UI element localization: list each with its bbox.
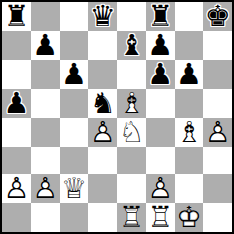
square-b5[interactable]	[31, 89, 60, 118]
square-f6[interactable]: ♟	[146, 60, 175, 89]
square-c3[interactable]	[60, 147, 89, 174]
square-a4[interactable]	[2, 118, 31, 147]
piece-black-knight: ♞	[90, 89, 116, 118]
square-h7[interactable]	[203, 31, 232, 60]
square-d1[interactable]	[88, 203, 117, 232]
square-h2[interactable]	[203, 174, 232, 203]
square-g4[interactable]: ♝♗	[175, 118, 204, 147]
square-b6[interactable]	[31, 60, 60, 89]
square-d4[interactable]: ♟♙	[88, 118, 117, 147]
piece-white-pawn: ♟♙	[3, 174, 29, 203]
square-d6[interactable]	[88, 60, 117, 89]
square-c5[interactable]	[60, 89, 89, 118]
piece-white-bishop: ♝♗	[176, 118, 202, 147]
square-h4[interactable]: ♟♙	[203, 118, 232, 147]
square-e7[interactable]: ♝	[117, 31, 146, 60]
square-f4[interactable]	[146, 118, 175, 147]
square-h1[interactable]	[203, 203, 232, 232]
piece-white-pawn: ♟♙	[147, 174, 173, 203]
square-e1[interactable]: ♜♖	[117, 203, 146, 232]
square-e5[interactable]: ♝♗	[117, 89, 146, 118]
square-h5[interactable]	[203, 89, 232, 118]
piece-black-queen: ♛	[90, 2, 116, 31]
square-d2[interactable]	[88, 174, 117, 203]
square-c2[interactable]: ♛♕	[60, 174, 89, 203]
piece-black-pawn: ♟	[147, 60, 173, 89]
square-g8[interactable]	[175, 2, 204, 31]
piece-white-bishop: ♝♗	[118, 89, 144, 118]
square-e3[interactable]	[117, 147, 146, 174]
piece-white-pawn: ♟♙	[205, 118, 231, 147]
piece-black-pawn: ♟	[61, 60, 87, 89]
piece-black-pawn: ♟	[176, 60, 202, 89]
square-h3[interactable]	[203, 147, 232, 174]
square-f3[interactable]	[146, 147, 175, 174]
square-d5[interactable]: ♞	[88, 89, 117, 118]
piece-black-bishop: ♝	[118, 31, 144, 60]
square-g3[interactable]	[175, 147, 204, 174]
square-d3[interactable]	[88, 147, 117, 174]
piece-white-knight: ♞♘	[118, 118, 144, 147]
square-b4[interactable]	[31, 118, 60, 147]
square-e8[interactable]	[117, 2, 146, 31]
square-b2[interactable]: ♟♙	[31, 174, 60, 203]
square-a8[interactable]: ♜	[2, 2, 31, 31]
square-b8[interactable]	[31, 2, 60, 31]
square-f7[interactable]: ♟	[146, 31, 175, 60]
square-b1[interactable]	[31, 203, 60, 232]
piece-white-queen: ♛♕	[61, 174, 87, 203]
square-a2[interactable]: ♟♙	[2, 174, 31, 203]
square-h6[interactable]	[203, 60, 232, 89]
square-a1[interactable]	[2, 203, 31, 232]
piece-white-pawn: ♟♙	[90, 118, 116, 147]
piece-white-king: ♚♔	[176, 203, 202, 232]
square-g6[interactable]: ♟	[175, 60, 204, 89]
square-c7[interactable]	[60, 31, 89, 60]
piece-black-pawn: ♟	[147, 31, 173, 60]
piece-white-pawn: ♟♙	[32, 174, 58, 203]
square-a6[interactable]	[2, 60, 31, 89]
chess-board: ♜♛♜♚♟♝♟♟♟♟♟♞♝♗♟♙♞♘♝♗♟♙♟♙♟♙♛♕♟♙♜♖♜♖♚♔	[0, 0, 234, 234]
square-g7[interactable]	[175, 31, 204, 60]
square-e4[interactable]: ♞♘	[117, 118, 146, 147]
square-g2[interactable]	[175, 174, 204, 203]
square-b3[interactable]	[31, 147, 60, 174]
square-f8[interactable]: ♜	[146, 2, 175, 31]
piece-black-rook: ♜	[3, 2, 29, 31]
square-c1[interactable]	[60, 203, 89, 232]
square-a5[interactable]: ♟	[2, 89, 31, 118]
square-a7[interactable]	[2, 31, 31, 60]
square-a3[interactable]	[2, 147, 31, 174]
piece-black-pawn: ♟	[3, 89, 29, 118]
square-g1[interactable]: ♚♔	[175, 203, 204, 232]
piece-black-rook: ♜	[147, 2, 173, 31]
square-d8[interactable]: ♛	[88, 2, 117, 31]
square-c8[interactable]	[60, 2, 89, 31]
square-e2[interactable]	[117, 174, 146, 203]
square-g5[interactable]	[175, 89, 204, 118]
square-f5[interactable]	[146, 89, 175, 118]
square-f1[interactable]: ♜♖	[146, 203, 175, 232]
square-f2[interactable]: ♟♙	[146, 174, 175, 203]
square-c6[interactable]: ♟	[60, 60, 89, 89]
square-b7[interactable]: ♟	[31, 31, 60, 60]
square-h8[interactable]: ♚	[203, 2, 232, 31]
piece-white-rook: ♜♖	[118, 203, 144, 232]
square-c4[interactable]	[60, 118, 89, 147]
piece-black-king: ♚	[205, 2, 231, 31]
square-e6[interactable]	[117, 60, 146, 89]
piece-black-pawn: ♟	[32, 31, 58, 60]
square-d7[interactable]	[88, 31, 117, 60]
piece-white-rook: ♜♖	[147, 203, 173, 232]
